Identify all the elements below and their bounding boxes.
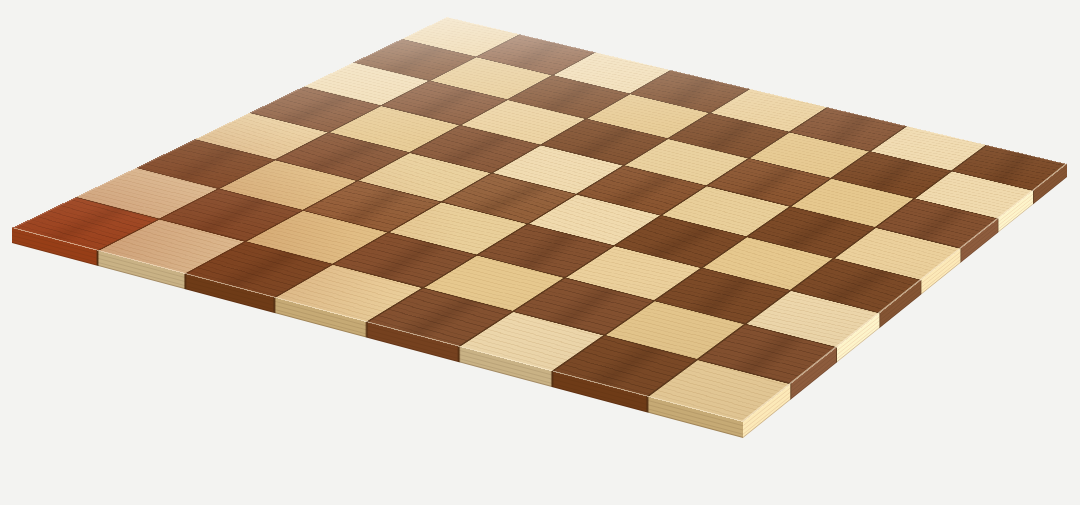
board-grid [12, 17, 1067, 422]
product-photo-scene [0, 0, 1080, 505]
chess-board [12, 17, 1067, 422]
